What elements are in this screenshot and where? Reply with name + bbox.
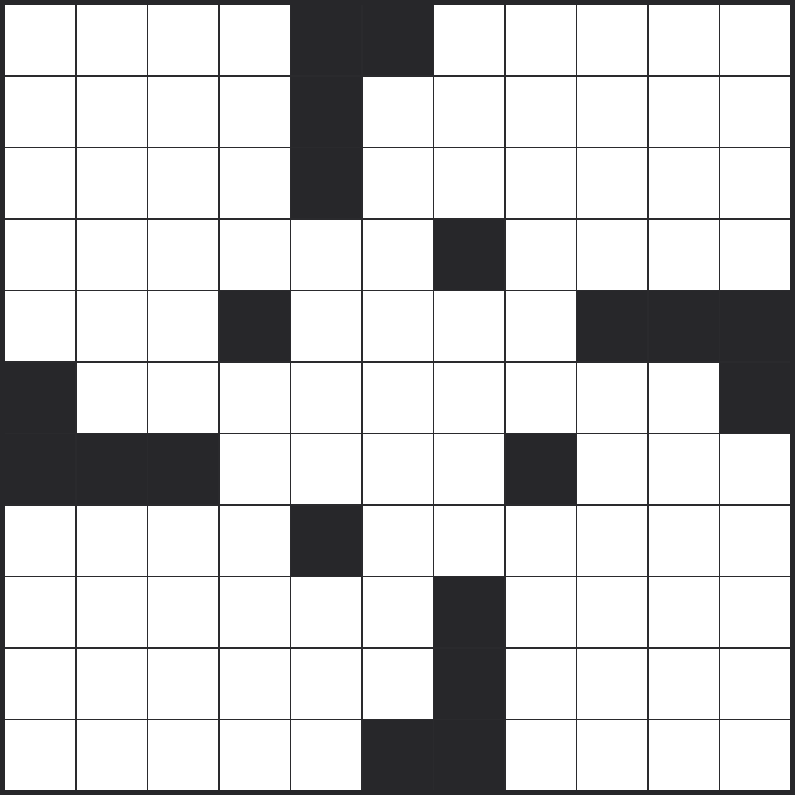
white-cell[interactable] [506,720,576,790]
white-cell[interactable] [148,363,218,433]
white-cell[interactable] [220,577,290,647]
white-cell[interactable] [77,649,147,719]
white-cell[interactable] [363,148,433,218]
white-cell[interactable] [148,577,218,647]
white-cell[interactable] [291,434,361,504]
white-cell[interactable] [506,506,576,576]
white-cell[interactable] [649,5,719,75]
white-cell[interactable] [148,5,218,75]
black-cell [434,720,504,790]
white-cell[interactable] [649,577,719,647]
white-cell[interactable] [77,291,147,361]
white-cell[interactable] [577,506,647,576]
white-cell[interactable] [148,291,218,361]
white-cell[interactable] [5,720,75,790]
white-cell[interactable] [148,77,218,147]
white-cell[interactable] [363,649,433,719]
black-cell [720,291,790,361]
white-cell[interactable] [5,291,75,361]
white-cell[interactable] [577,5,647,75]
white-cell[interactable] [5,220,75,290]
crossword-board [0,0,795,795]
white-cell[interactable] [148,720,218,790]
white-cell[interactable] [363,291,433,361]
white-cell[interactable] [434,506,504,576]
white-cell[interactable] [649,77,719,147]
white-cell[interactable] [506,220,576,290]
white-cell[interactable] [434,148,504,218]
white-cell[interactable] [577,363,647,433]
black-cell [5,434,75,504]
white-cell[interactable] [720,5,790,75]
white-cell[interactable] [577,148,647,218]
black-cell [577,291,647,361]
white-cell[interactable] [148,649,218,719]
white-cell[interactable] [220,220,290,290]
white-cell[interactable] [506,77,576,147]
white-cell[interactable] [434,291,504,361]
white-cell[interactable] [77,577,147,647]
white-cell[interactable] [77,363,147,433]
white-cell[interactable] [649,434,719,504]
crossword-grid [0,0,795,795]
white-cell[interactable] [148,220,218,290]
white-cell[interactable] [720,148,790,218]
white-cell[interactable] [577,220,647,290]
white-cell[interactable] [649,649,719,719]
black-cell [434,577,504,647]
black-cell [5,363,75,433]
white-cell[interactable] [291,363,361,433]
black-cell [363,5,433,75]
black-cell [434,220,504,290]
white-cell[interactable] [5,148,75,218]
white-cell[interactable] [720,77,790,147]
white-cell[interactable] [434,363,504,433]
white-cell[interactable] [720,577,790,647]
white-cell[interactable] [506,291,576,361]
black-cell [291,506,361,576]
white-cell[interactable] [291,220,361,290]
white-cell[interactable] [77,720,147,790]
black-cell [291,5,361,75]
black-cell [291,77,361,147]
white-cell[interactable] [434,5,504,75]
white-cell[interactable] [291,291,361,361]
black-cell [720,363,790,433]
white-cell[interactable] [148,148,218,218]
white-cell[interactable] [577,577,647,647]
black-cell [506,434,576,504]
white-cell[interactable] [291,577,361,647]
white-cell[interactable] [77,506,147,576]
white-cell[interactable] [506,577,576,647]
white-cell[interactable] [77,77,147,147]
white-cell[interactable] [506,649,576,719]
white-cell[interactable] [363,434,433,504]
white-cell[interactable] [720,649,790,719]
white-cell[interactable] [220,5,290,75]
white-cell[interactable] [506,148,576,218]
white-cell[interactable] [577,649,647,719]
white-cell[interactable] [220,720,290,790]
white-cell[interactable] [649,220,719,290]
white-cell[interactable] [291,649,361,719]
black-cell [148,434,218,504]
white-cell[interactable] [506,363,576,433]
white-cell[interactable] [220,506,290,576]
white-cell[interactable] [363,363,433,433]
white-cell[interactable] [720,434,790,504]
white-cell[interactable] [5,506,75,576]
black-cell [220,291,290,361]
white-cell[interactable] [720,220,790,290]
white-cell[interactable] [434,77,504,147]
white-cell[interactable] [577,434,647,504]
white-cell[interactable] [220,363,290,433]
black-cell [77,434,147,504]
white-cell[interactable] [77,5,147,75]
white-cell[interactable] [577,77,647,147]
white-cell[interactable] [649,720,719,790]
white-cell[interactable] [220,77,290,147]
white-cell[interactable] [77,220,147,290]
white-cell[interactable] [5,649,75,719]
black-cell [291,148,361,218]
white-cell[interactable] [649,506,719,576]
white-cell[interactable] [363,77,433,147]
white-cell[interactable] [220,434,290,504]
white-cell[interactable] [649,363,719,433]
white-cell[interactable] [220,649,290,719]
white-cell[interactable] [5,77,75,147]
white-cell[interactable] [148,506,218,576]
white-cell[interactable] [363,577,433,647]
white-cell[interactable] [363,506,433,576]
white-cell[interactable] [506,5,576,75]
white-cell[interactable] [434,434,504,504]
black-cell [434,649,504,719]
white-cell[interactable] [720,720,790,790]
white-cell[interactable] [291,720,361,790]
white-cell[interactable] [220,148,290,218]
white-cell[interactable] [5,5,75,75]
white-cell[interactable] [577,720,647,790]
black-cell [649,291,719,361]
white-cell[interactable] [363,220,433,290]
white-cell[interactable] [5,577,75,647]
white-cell[interactable] [77,148,147,218]
white-cell[interactable] [649,148,719,218]
black-cell [363,720,433,790]
white-cell[interactable] [720,506,790,576]
